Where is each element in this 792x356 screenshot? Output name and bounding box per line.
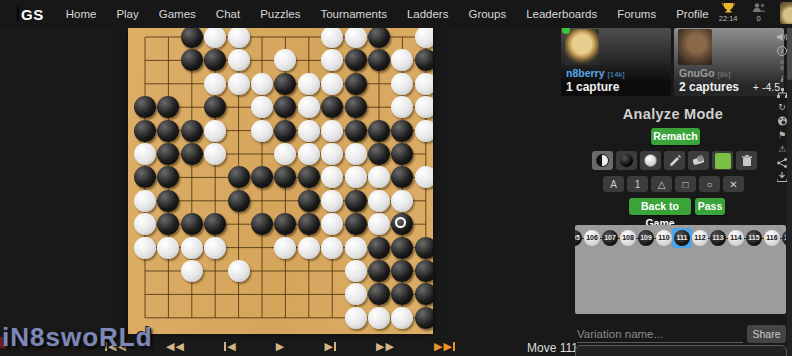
white-stone-r10c7 xyxy=(274,237,296,259)
playback-controls: ◀◀◀◀◀▶▶▶▶▶▶ xyxy=(105,339,455,353)
black-stone-r4c10 xyxy=(345,96,367,118)
nav-item-games[interactable]: Games xyxy=(149,8,206,20)
white-stone-r3c5 xyxy=(228,73,250,95)
white-captures: 2 captures xyxy=(679,80,739,94)
share-icon[interactable] xyxy=(777,157,787,168)
watermark: iN8swoRLd xyxy=(2,322,153,353)
white-stone-r5c6 xyxy=(251,120,273,142)
black-stone-r6c11 xyxy=(368,143,390,165)
info-icon[interactable]: i xyxy=(781,73,784,84)
white-stone-r11c3 xyxy=(181,260,203,282)
navbar: GS HomePlayGamesChatPuzzlesTournamentsLa… xyxy=(0,0,792,28)
black-stone-r5c10 xyxy=(345,120,367,142)
black-stone-r5c7 xyxy=(274,120,296,142)
black-stone-r8c5 xyxy=(228,190,250,212)
black-stone-r10c11 xyxy=(368,237,390,259)
white-stone-r7c10 xyxy=(345,166,367,188)
black-stone-r5c12 xyxy=(391,120,413,142)
rematch-button[interactable]: Rematch xyxy=(651,128,700,145)
analyze-mode-title: Analyze Mode xyxy=(561,106,785,122)
back-to-game-button[interactable]: Back to Game xyxy=(629,198,691,215)
black-stone-r9c3 xyxy=(181,213,203,235)
white-stone-r13c10 xyxy=(345,307,367,329)
download-icon[interactable] xyxy=(777,171,787,182)
ai-icon[interactable]: A9 xyxy=(780,59,784,70)
square-mark-button[interactable]: □ xyxy=(675,176,696,192)
white-stone-r13c11 xyxy=(368,307,390,329)
white-stone-r5c13 xyxy=(415,120,433,142)
move-node-111[interactable]: 111 xyxy=(674,230,690,246)
move-node-109[interactable]: 109 xyxy=(638,230,654,246)
white-stone-r10c9 xyxy=(321,237,343,259)
circle-mark-button[interactable]: ○ xyxy=(699,176,720,192)
white-stone-button[interactable] xyxy=(640,151,661,170)
white-stone-r3c6 xyxy=(251,73,273,95)
white-stone-r5c4 xyxy=(204,120,226,142)
step-back-button[interactable]: ◀ xyxy=(224,339,235,353)
nav-item-home[interactable]: Home xyxy=(56,8,107,20)
black-stone-r9c10 xyxy=(345,213,367,235)
ogs-logo-text[interactable]: GS xyxy=(21,6,44,23)
white-stone-r10c8 xyxy=(298,237,320,259)
nav-item-chat[interactable]: Chat xyxy=(206,8,250,20)
color-swatch-button[interactable] xyxy=(712,151,733,170)
black-stone-r11c11 xyxy=(368,260,390,282)
black-player-name[interactable]: n8berry [14k] xyxy=(566,67,625,79)
eraser-button[interactable] xyxy=(688,151,709,170)
black-stone-r8c8 xyxy=(298,190,320,212)
white-stone-r2c5 xyxy=(228,49,250,71)
black-stone-r9c8 xyxy=(298,213,320,235)
black-stone-button[interactable] xyxy=(616,151,637,170)
white-stone-r1c13 xyxy=(415,28,433,48)
white-stone-r10c2 xyxy=(157,237,179,259)
cross-mark-button[interactable]: ✕ xyxy=(723,176,744,192)
navbar-right: 22:14 0 10 ▾ xyxy=(719,0,792,28)
white-stone-r4c8 xyxy=(298,96,320,118)
friends-icon xyxy=(752,2,766,13)
white-player-name[interactable]: GnuGo [8k] xyxy=(679,67,730,79)
black-player-avatar[interactable] xyxy=(565,29,599,65)
nav-menu: HomePlayGamesChatPuzzlesTournamentsLadde… xyxy=(56,8,719,20)
black-stone-r8c10 xyxy=(345,190,367,212)
player-card-white[interactable]: GnuGo [8k] 2 captures + -4.5 xyxy=(674,28,784,96)
trophy-stat[interactable]: 22:14 xyxy=(719,2,738,23)
white-stone-r3c4 xyxy=(204,73,226,95)
move-node-117[interactable]: 117 xyxy=(782,230,786,246)
white-stone-r10c4 xyxy=(204,237,226,259)
black-player-rank: [14k] xyxy=(607,70,624,79)
white-stone-r11c10 xyxy=(345,260,367,282)
nav-item-tournaments[interactable]: Tournaments xyxy=(310,8,396,20)
move-node-115[interactable]: 115 xyxy=(746,230,762,246)
nav-item-profile[interactable]: Profile xyxy=(666,8,719,20)
white-stone-r3c9 xyxy=(321,73,343,95)
zen-icon[interactable]: z xyxy=(777,45,787,56)
palette-icon[interactable] xyxy=(777,115,788,126)
ogs-screen: GS HomePlayGamesChatPuzzlesTournamentsLa… xyxy=(0,0,792,356)
pencil-button[interactable] xyxy=(664,151,685,170)
white-stone-r10c1 xyxy=(134,237,156,259)
black-captures: 1 capture xyxy=(566,80,619,94)
fork-icon[interactable] xyxy=(777,87,788,98)
chat-input[interactable] xyxy=(575,345,787,356)
move-node-114[interactable]: 114 xyxy=(728,230,744,246)
move-node-105[interactable]: 105 xyxy=(575,230,582,246)
black-stone-r3c10 xyxy=(345,73,367,95)
move-node-112[interactable]: 112 xyxy=(692,230,708,246)
fast-rewind-button[interactable]: ◀◀ xyxy=(166,339,184,353)
nav-item-play[interactable]: Play xyxy=(106,8,148,20)
white-stone-r8c1 xyxy=(134,190,156,212)
play-button[interactable]: ▶ xyxy=(276,339,284,353)
fast-forward-button[interactable]: ▶▶ xyxy=(376,339,394,353)
black-stone-r7c5 xyxy=(228,166,250,188)
white-stone-r6c1 xyxy=(134,143,156,165)
white-stone-r8c11 xyxy=(368,190,390,212)
white-player-avatar[interactable] xyxy=(678,29,712,65)
black-stone-r5c11 xyxy=(368,120,390,142)
number-label-button[interactable]: 1 xyxy=(627,176,648,192)
move-node-106[interactable]: 106 xyxy=(584,230,600,246)
scrollbar[interactable] xyxy=(787,0,792,356)
user-avatar[interactable]: 10 xyxy=(780,2,792,24)
white-stone-r12c10 xyxy=(345,283,367,305)
flag-icon[interactable]: ⚑ xyxy=(778,129,786,140)
trophy-icon xyxy=(722,2,735,13)
friends-stat[interactable]: 0 xyxy=(752,2,766,23)
white-stone-r5c8 xyxy=(298,120,320,142)
white-stone-r8c9 xyxy=(321,190,343,212)
ogs-logo-icon[interactable] xyxy=(17,6,19,22)
black-stone-r2c10 xyxy=(345,49,367,71)
analyze-tools-row2: A1△□○✕ xyxy=(603,176,744,192)
black-stone-r5c1 xyxy=(134,120,156,142)
black-stone-r10c12 xyxy=(391,237,413,259)
move-node-108[interactable]: 108 xyxy=(620,230,636,246)
variation-name-input[interactable] xyxy=(577,326,743,343)
white-stone-r1c10 xyxy=(345,28,367,48)
black-stone-r5c3 xyxy=(181,120,203,142)
share-button[interactable]: Share xyxy=(747,325,786,343)
letter-label-button[interactable]: A xyxy=(603,176,624,192)
black-stone-r5c2 xyxy=(157,120,179,142)
trophy-value: 22:14 xyxy=(719,14,738,23)
white-player-rank: [8k] xyxy=(718,70,731,79)
pass-button[interactable]: Pass xyxy=(695,198,725,215)
nav-item-forums[interactable]: Forums xyxy=(607,8,666,20)
nav-item-puzzles[interactable]: Puzzles xyxy=(250,8,310,20)
white-stone-r1c5 xyxy=(228,28,250,48)
white-stone-r10c10 xyxy=(345,237,367,259)
nav-item-groups[interactable]: Groups xyxy=(458,8,516,20)
black-stone-r6c3 xyxy=(181,143,203,165)
trash-button[interactable] xyxy=(736,151,757,170)
move-node-110[interactable]: 110 xyxy=(656,230,672,246)
move-node-107[interactable]: 107 xyxy=(602,230,618,246)
black-stone-r10c13 xyxy=(415,237,433,259)
white-stone-r3c8 xyxy=(298,73,320,95)
analyze-tools-row1 xyxy=(592,151,757,170)
volume-icon[interactable] xyxy=(777,31,788,42)
move-node-113[interactable]: 113 xyxy=(710,230,726,246)
white-stone-r6c10 xyxy=(345,143,367,165)
black-stone-r1c3 xyxy=(181,28,203,48)
black-stone-r13c13 xyxy=(415,307,433,329)
white-stone-r11c5 xyxy=(228,260,250,282)
nav-item-leaderboards[interactable]: Leaderboards xyxy=(516,8,607,20)
jump-end-button[interactable]: ▶▶ xyxy=(434,339,455,353)
triangle-mark-button[interactable]: △ xyxy=(651,176,672,192)
move-node-116[interactable]: 116 xyxy=(764,230,780,246)
refresh-icon[interactable]: ↻ xyxy=(778,101,786,112)
move-tree[interactable]: 105106107108109110111112113114115116117 xyxy=(575,225,786,314)
nav-item-ladders[interactable]: Ladders xyxy=(397,8,459,20)
black-stone-r11c13 xyxy=(415,260,433,282)
white-stone-r6c8 xyxy=(298,143,320,165)
white-stone-r4c13 xyxy=(415,96,433,118)
friends-count: 0 xyxy=(756,14,760,23)
last-move-marker xyxy=(395,217,406,228)
player-card-black[interactable]: n8berry [14k] 1 capture xyxy=(561,28,671,96)
white-stone-r3c13 xyxy=(415,73,433,95)
go-board[interactable] xyxy=(128,28,433,334)
move-number-label: Move 111 xyxy=(527,341,578,355)
step-forward-button[interactable]: ▶ xyxy=(324,339,335,353)
warning-icon[interactable]: ⚠ xyxy=(778,143,786,154)
white-stone-r5c9 xyxy=(321,120,343,142)
white-stone-r10c3 xyxy=(181,237,203,259)
analyze-stone-toggle-button[interactable] xyxy=(592,151,613,170)
